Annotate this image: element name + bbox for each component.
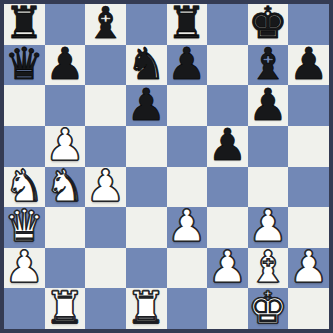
white-knight-icon[interactable]: ♞ (45, 166, 84, 206)
black-pawn-icon[interactable]: ♟ (126, 85, 165, 125)
square-f4[interactable] (207, 167, 248, 208)
square-h5[interactable] (288, 126, 329, 167)
square-h6[interactable] (288, 85, 329, 126)
square-c6[interactable] (85, 85, 126, 126)
square-b1[interactable]: ♜ (45, 288, 86, 329)
black-pawn-icon[interactable]: ♟ (45, 44, 84, 84)
black-pawn-icon[interactable]: ♟ (289, 44, 328, 84)
square-a7[interactable]: ♛ (4, 45, 45, 86)
black-bishop-icon[interactable]: ♝ (86, 3, 125, 43)
square-c2[interactable] (85, 248, 126, 289)
square-c1[interactable] (85, 288, 126, 329)
square-d3[interactable] (126, 207, 167, 248)
black-pawn-icon[interactable]: ♟ (167, 44, 206, 84)
square-e5[interactable] (167, 126, 208, 167)
white-pawn-icon[interactable]: ♟ (208, 247, 247, 287)
square-g6[interactable]: ♟ (248, 85, 289, 126)
white-pawn-icon[interactable]: ♟ (5, 247, 44, 287)
square-a2[interactable]: ♟ (4, 248, 45, 289)
square-b7[interactable]: ♟ (45, 45, 86, 86)
white-rook-icon[interactable]: ♜ (45, 288, 84, 328)
board-frame: ♜♝♜♚♛♟♞♟♝♟♟♟♟♟♞♞♟♛♟♟♟♟♝♟♜♜♚ (0, 0, 333, 333)
square-a6[interactable] (4, 85, 45, 126)
white-king-icon[interactable]: ♚ (248, 288, 287, 328)
square-b3[interactable] (45, 207, 86, 248)
square-f8[interactable] (207, 4, 248, 45)
square-c3[interactable] (85, 207, 126, 248)
square-h2[interactable]: ♟ (288, 248, 329, 289)
square-h1[interactable] (288, 288, 329, 329)
square-g5[interactable] (248, 126, 289, 167)
square-c7[interactable] (85, 45, 126, 86)
black-queen-icon[interactable]: ♛ (5, 44, 44, 84)
square-e3[interactable]: ♟ (167, 207, 208, 248)
square-f7[interactable] (207, 45, 248, 86)
white-pawn-icon[interactable]: ♟ (86, 166, 125, 206)
white-pawn-icon[interactable]: ♟ (167, 206, 206, 246)
square-f1[interactable] (207, 288, 248, 329)
black-pawn-icon[interactable]: ♟ (208, 125, 247, 165)
square-e7[interactable]: ♟ (167, 45, 208, 86)
square-e2[interactable] (167, 248, 208, 289)
square-f2[interactable]: ♟ (207, 248, 248, 289)
chess-board: ♜♝♜♚♛♟♞♟♝♟♟♟♟♟♞♞♟♛♟♟♟♟♝♟♜♜♚ (4, 4, 329, 329)
square-g1[interactable]: ♚ (248, 288, 289, 329)
white-rook-icon[interactable]: ♜ (126, 288, 165, 328)
square-d1[interactable]: ♜ (126, 288, 167, 329)
square-h7[interactable]: ♟ (288, 45, 329, 86)
square-d6[interactable]: ♟ (126, 85, 167, 126)
white-pawn-icon[interactable]: ♟ (289, 247, 328, 287)
square-a1[interactable] (4, 288, 45, 329)
square-c8[interactable]: ♝ (85, 4, 126, 45)
square-b4[interactable]: ♞ (45, 167, 86, 208)
square-c4[interactable]: ♟ (85, 167, 126, 208)
square-h4[interactable] (288, 167, 329, 208)
square-d4[interactable] (126, 167, 167, 208)
square-f5[interactable]: ♟ (207, 126, 248, 167)
square-d5[interactable] (126, 126, 167, 167)
black-pawn-icon[interactable]: ♟ (248, 85, 287, 125)
square-e6[interactable] (167, 85, 208, 126)
square-e1[interactable] (167, 288, 208, 329)
